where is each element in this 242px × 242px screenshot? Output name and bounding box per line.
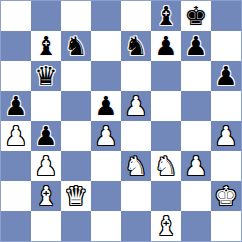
square-h6[interactable]: ♟ bbox=[211, 61, 241, 91]
square-h7[interactable] bbox=[211, 31, 241, 61]
piece-white-king: ♚ bbox=[214, 181, 237, 211]
square-h8[interactable] bbox=[211, 1, 241, 31]
square-a1[interactable] bbox=[1, 211, 31, 241]
square-g8[interactable]: ♚ bbox=[181, 1, 211, 31]
square-b3[interactable]: ♟ bbox=[31, 151, 61, 181]
square-b6[interactable]: ♛ bbox=[31, 61, 61, 91]
square-b1[interactable] bbox=[31, 211, 61, 241]
square-d4[interactable]: ♟ bbox=[91, 121, 121, 151]
square-h1[interactable] bbox=[211, 211, 241, 241]
square-d2[interactable] bbox=[91, 181, 121, 211]
square-e2[interactable] bbox=[121, 181, 151, 211]
square-g3[interactable]: ♟ bbox=[181, 151, 211, 181]
piece-black-pawn: ♟ bbox=[214, 61, 237, 91]
square-h2[interactable]: ♚ bbox=[211, 181, 241, 211]
square-c4[interactable] bbox=[61, 121, 91, 151]
square-e4[interactable] bbox=[121, 121, 151, 151]
square-e8[interactable] bbox=[121, 1, 151, 31]
piece-white-pawn: ♟ bbox=[124, 91, 147, 121]
square-c2[interactable]: ♛ bbox=[61, 181, 91, 211]
square-g2[interactable] bbox=[181, 181, 211, 211]
piece-black-knight: ♞ bbox=[64, 31, 87, 61]
chess-board: ♝♚♝♞♞♟♟♛♟♟♟♟♟♟♟♟♟♞♞♟♝♛♚♝ bbox=[0, 0, 242, 242]
square-f8[interactable]: ♝ bbox=[151, 1, 181, 31]
square-a7[interactable] bbox=[1, 31, 31, 61]
square-c8[interactable] bbox=[61, 1, 91, 31]
square-a2[interactable] bbox=[1, 181, 31, 211]
piece-white-knight: ♞ bbox=[154, 151, 177, 181]
square-d6[interactable] bbox=[91, 61, 121, 91]
piece-white-pawn: ♟ bbox=[94, 121, 117, 151]
square-b7[interactable]: ♝ bbox=[31, 31, 61, 61]
square-a6[interactable] bbox=[1, 61, 31, 91]
piece-black-pawn: ♟ bbox=[184, 31, 207, 61]
piece-black-pawn: ♟ bbox=[94, 91, 117, 121]
square-d7[interactable] bbox=[91, 31, 121, 61]
piece-white-queen: ♛ bbox=[64, 181, 87, 211]
piece-black-pawn: ♟ bbox=[4, 91, 27, 121]
piece-black-knight: ♞ bbox=[124, 31, 147, 61]
square-b8[interactable] bbox=[31, 1, 61, 31]
square-h3[interactable] bbox=[211, 151, 241, 181]
square-g7[interactable]: ♟ bbox=[181, 31, 211, 61]
square-a3[interactable] bbox=[1, 151, 31, 181]
square-a8[interactable] bbox=[1, 1, 31, 31]
square-d3[interactable] bbox=[91, 151, 121, 181]
piece-white-pawn: ♟ bbox=[214, 121, 237, 151]
piece-black-bishop: ♝ bbox=[154, 1, 177, 31]
square-f2[interactable] bbox=[151, 181, 181, 211]
square-g6[interactable] bbox=[181, 61, 211, 91]
square-g4[interactable] bbox=[181, 121, 211, 151]
square-e3[interactable]: ♞ bbox=[121, 151, 151, 181]
square-g5[interactable] bbox=[181, 91, 211, 121]
square-c7[interactable]: ♞ bbox=[61, 31, 91, 61]
square-h5[interactable] bbox=[211, 91, 241, 121]
square-g1[interactable] bbox=[181, 211, 211, 241]
square-a5[interactable]: ♟ bbox=[1, 91, 31, 121]
square-e1[interactable] bbox=[121, 211, 151, 241]
square-e7[interactable]: ♞ bbox=[121, 31, 151, 61]
piece-white-pawn: ♟ bbox=[184, 151, 207, 181]
piece-black-pawn: ♟ bbox=[34, 121, 57, 151]
square-e5[interactable]: ♟ bbox=[121, 91, 151, 121]
square-d5[interactable]: ♟ bbox=[91, 91, 121, 121]
piece-white-pawn: ♟ bbox=[4, 121, 27, 151]
square-c6[interactable] bbox=[61, 61, 91, 91]
piece-white-bishop: ♝ bbox=[34, 181, 57, 211]
square-f5[interactable] bbox=[151, 91, 181, 121]
square-c3[interactable] bbox=[61, 151, 91, 181]
square-f1[interactable]: ♝ bbox=[151, 211, 181, 241]
square-e6[interactable] bbox=[121, 61, 151, 91]
piece-black-pawn: ♟ bbox=[154, 31, 177, 61]
square-c1[interactable] bbox=[61, 211, 91, 241]
square-b4[interactable]: ♟ bbox=[31, 121, 61, 151]
piece-white-pawn: ♟ bbox=[34, 151, 57, 181]
square-h4[interactable]: ♟ bbox=[211, 121, 241, 151]
square-b5[interactable] bbox=[31, 91, 61, 121]
square-b2[interactable]: ♝ bbox=[31, 181, 61, 211]
square-c5[interactable] bbox=[61, 91, 91, 121]
square-f4[interactable] bbox=[151, 121, 181, 151]
square-f3[interactable]: ♞ bbox=[151, 151, 181, 181]
piece-black-bishop: ♝ bbox=[34, 31, 57, 61]
square-d1[interactable] bbox=[91, 211, 121, 241]
piece-black-queen: ♛ bbox=[34, 61, 57, 91]
square-d8[interactable] bbox=[91, 1, 121, 31]
square-f7[interactable]: ♟ bbox=[151, 31, 181, 61]
square-a4[interactable]: ♟ bbox=[1, 121, 31, 151]
piece-white-knight: ♞ bbox=[124, 151, 147, 181]
piece-black-king: ♚ bbox=[184, 1, 207, 31]
piece-white-bishop: ♝ bbox=[154, 211, 177, 241]
square-f6[interactable] bbox=[151, 61, 181, 91]
